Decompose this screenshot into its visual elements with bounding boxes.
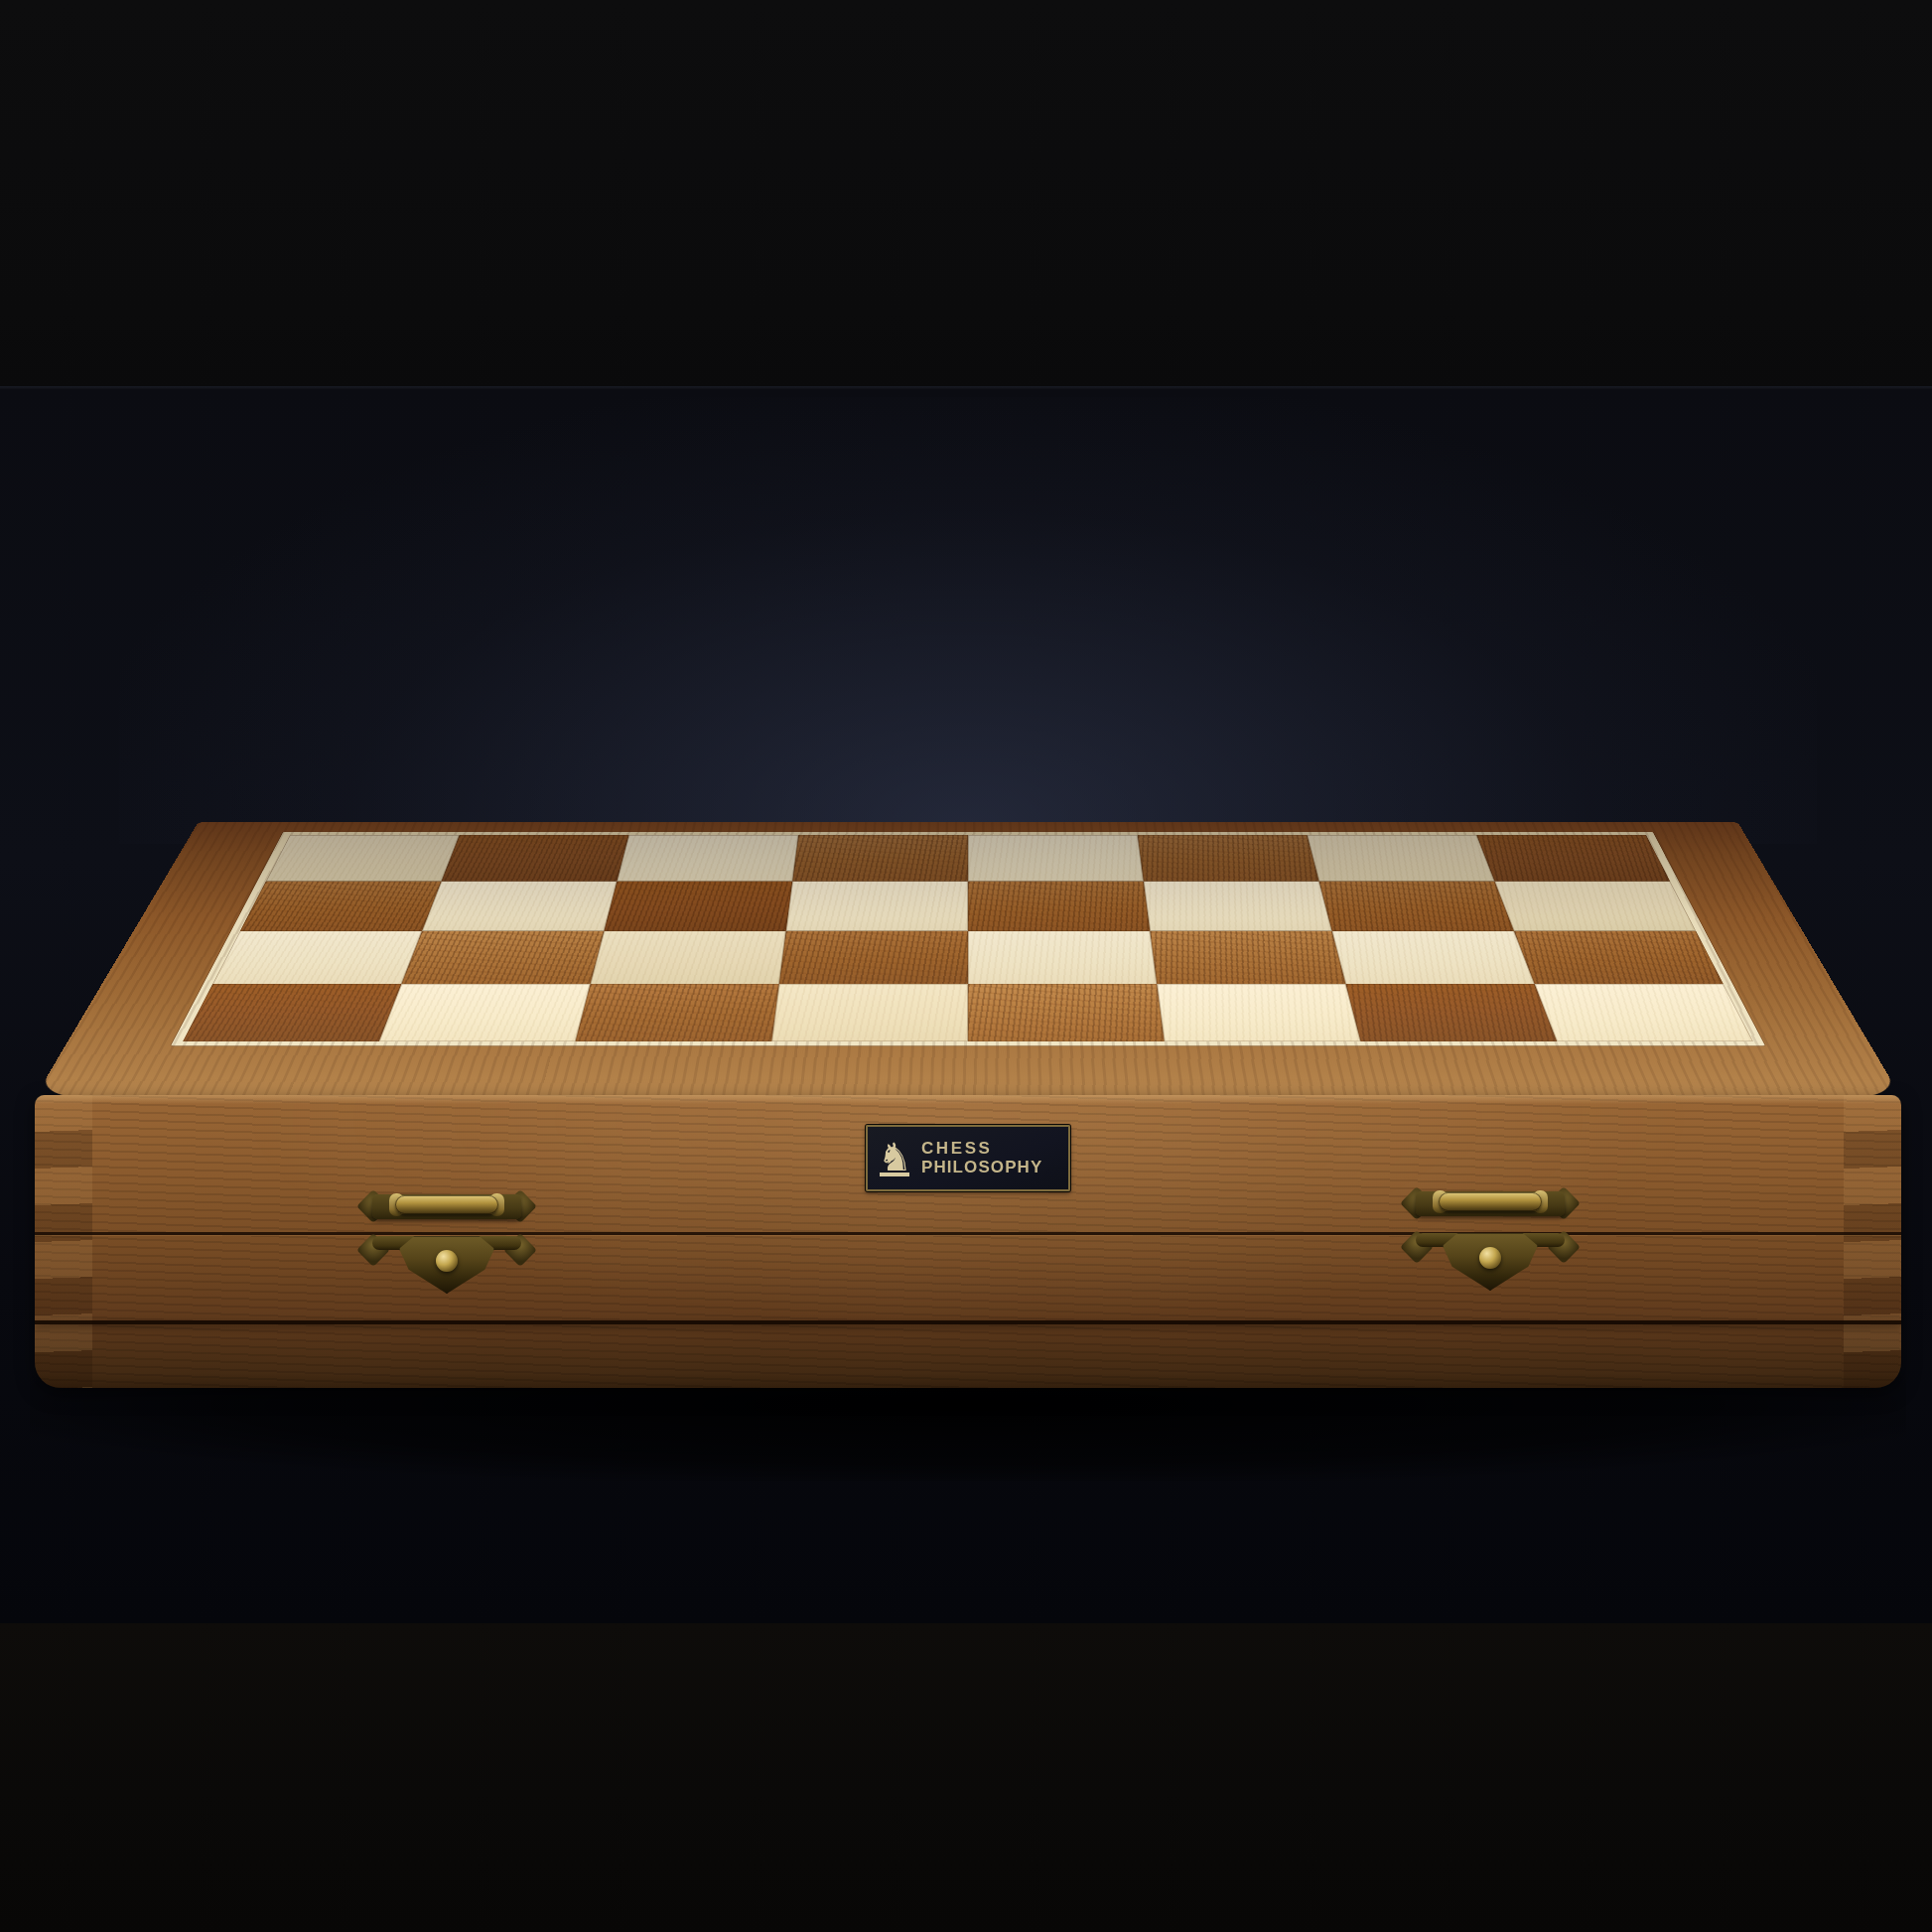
board-square <box>792 835 968 881</box>
board-square <box>183 984 401 1041</box>
board-square <box>968 882 1150 931</box>
board-square <box>617 835 798 881</box>
board-square <box>1476 835 1670 881</box>
board-square <box>771 984 968 1041</box>
board-square <box>1157 984 1360 1041</box>
brand-line-2: PHILOSOPHY <box>921 1159 1042 1177</box>
backdrop-top-band <box>0 0 1932 389</box>
board-square <box>401 930 604 984</box>
box-groove-line <box>35 1320 1901 1324</box>
knight-logo-base <box>880 1173 909 1176</box>
box-front-face: ♞ CHESS PHILOSOPHY <box>35 1095 1901 1388</box>
latch-knob <box>436 1250 458 1272</box>
maple-outline <box>171 832 1765 1046</box>
brand-text: CHESS PHILOSOPHY <box>921 1140 1042 1176</box>
board-square <box>604 882 792 931</box>
right-latch <box>1403 1183 1578 1291</box>
board-square <box>1308 835 1495 881</box>
board-square <box>1514 930 1724 984</box>
left-latch <box>359 1186 534 1294</box>
board-square <box>240 882 442 931</box>
board-square <box>1144 882 1332 931</box>
board-square <box>212 930 422 984</box>
front-edge-highlight <box>35 1095 1901 1104</box>
knight-logo-icon: ♞ <box>878 1140 912 1176</box>
board-square <box>576 984 779 1041</box>
board-square <box>1150 930 1345 984</box>
board-square <box>1494 882 1696 931</box>
brand-line-1: CHESS <box>921 1140 1042 1159</box>
board-square <box>1535 984 1753 1041</box>
board-square <box>968 984 1165 1041</box>
latch-bail-bar <box>1439 1192 1542 1211</box>
backdrop-light-sheen <box>119 397 1817 844</box>
board-square <box>1138 835 1319 881</box>
finger-joints-right <box>1844 1095 1901 1388</box>
board-square <box>1319 882 1514 931</box>
knight-glyph: ♞ <box>878 1140 912 1174</box>
board-square <box>786 882 968 931</box>
box-top-surface <box>35 822 1901 1097</box>
scene: ♞ CHESS PHILOSOPHY <box>0 0 1932 1932</box>
checkerboard <box>183 835 1753 1041</box>
brand-label: ♞ CHESS PHILOSOPHY <box>866 1125 1070 1191</box>
latch-knob <box>1479 1247 1501 1269</box>
board-square <box>1332 930 1535 984</box>
box-seam-line <box>35 1232 1901 1235</box>
board-square <box>442 835 629 881</box>
board-square <box>266 835 460 881</box>
board-square <box>968 930 1157 984</box>
board-square <box>591 930 786 984</box>
board-square <box>379 984 591 1041</box>
finger-joints-left <box>35 1095 92 1388</box>
board-square <box>422 882 617 931</box>
board-square <box>779 930 968 984</box>
latch-bail-bar <box>395 1195 498 1214</box>
backdrop-bottom-band <box>0 1623 1932 1932</box>
box-floor-shadow <box>30 1372 1906 1481</box>
board-square <box>968 835 1144 881</box>
board-square <box>1345 984 1557 1041</box>
